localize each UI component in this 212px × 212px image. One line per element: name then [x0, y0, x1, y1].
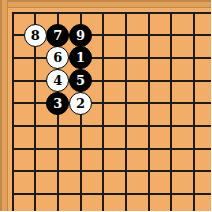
grid-line-horizontal: [12, 125, 212, 127]
stone-white-8: 8: [24, 24, 47, 47]
grid-line-horizontal: [12, 193, 212, 195]
grid-line-vertical: [102, 12, 104, 212]
stone-white-2: 2: [69, 92, 92, 115]
stone-black-7: 7: [46, 24, 69, 47]
grid-line-horizontal: [12, 148, 212, 150]
grid-line-vertical: [148, 12, 150, 212]
stone-black-3: 3: [46, 92, 69, 115]
board-left-edge: [0, 0, 8, 211]
grid-line-vertical: [193, 12, 195, 212]
grid-line-vertical: [170, 12, 172, 212]
stone-white-4: 4: [46, 69, 69, 92]
stone-black-1: 1: [69, 46, 92, 69]
grid-line-vertical: [12, 12, 14, 212]
grid-line-horizontal: [12, 80, 212, 82]
go-board-diagram: 123456789: [0, 0, 211, 211]
board-top-edge: [0, 0, 211, 8]
stone-black-5: 5: [69, 69, 92, 92]
stone-black-9: 9: [69, 24, 92, 47]
grid-line-horizontal: [12, 12, 212, 14]
grid-line-vertical: [125, 12, 127, 212]
grid-line-horizontal: [12, 170, 212, 172]
grid-line-horizontal: [12, 102, 212, 104]
stone-white-6: 6: [46, 46, 69, 69]
grid-line-horizontal: [12, 57, 212, 59]
